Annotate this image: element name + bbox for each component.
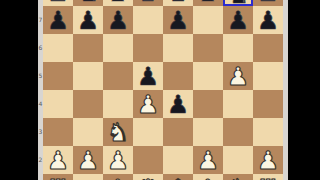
square-d3[interactable]: [133, 118, 163, 146]
square-c6[interactable]: [103, 34, 133, 62]
black-pawn-h7[interactable]: ♟: [253, 6, 283, 34]
black-pawn-d5[interactable]: ♟: [133, 62, 163, 90]
black-pawn-e4[interactable]: ♟: [163, 90, 193, 118]
white-bishop-c1[interactable]: ♝: [103, 174, 133, 180]
square-f4[interactable]: [193, 90, 223, 118]
white-pawn-b2[interactable]: ♟: [73, 146, 103, 174]
chess-board: ♜♞♝♛♚♝♞♜♟♟♟♟♟♟♟♟♟♟♞♟♟♟♟♟♜♝♛♚♝♞♜: [43, 0, 283, 180]
square-g7[interactable]: ♟: [223, 6, 253, 34]
square-f7[interactable]: [193, 6, 223, 34]
square-f5[interactable]: [193, 62, 223, 90]
square-h1[interactable]: ♜: [253, 174, 283, 180]
square-b4[interactable]: [73, 90, 103, 118]
square-d4[interactable]: ♟: [133, 90, 163, 118]
white-pawn-c2[interactable]: ♟: [103, 146, 133, 174]
square-a5[interactable]: [43, 62, 73, 90]
white-rook-h1[interactable]: ♜: [253, 174, 283, 180]
square-a4[interactable]: [43, 90, 73, 118]
square-c7[interactable]: ♟: [103, 6, 133, 34]
square-h2[interactable]: ♟: [253, 146, 283, 174]
square-a3[interactable]: [43, 118, 73, 146]
square-g1[interactable]: ♞: [223, 174, 253, 180]
square-e3[interactable]: [163, 118, 193, 146]
square-f6[interactable]: [193, 34, 223, 62]
white-knight-c3[interactable]: ♞: [103, 118, 133, 146]
square-e1[interactable]: ♚: [163, 174, 193, 180]
square-g2[interactable]: [223, 146, 253, 174]
black-pawn-e7[interactable]: ♟: [163, 6, 193, 34]
video-frame: 765432 ♜♞♝♛♚♝♞♜♟♟♟♟♟♟♟♟♟♟♞♟♟♟♟♟♜♝♛♚♝♞♜: [0, 0, 320, 180]
square-c5[interactable]: [103, 62, 133, 90]
square-c4[interactable]: [103, 90, 133, 118]
letterbox-right: [288, 0, 320, 180]
square-h5[interactable]: [253, 62, 283, 90]
square-a7[interactable]: ♟: [43, 6, 73, 34]
square-b6[interactable]: [73, 34, 103, 62]
square-c2[interactable]: ♟: [103, 146, 133, 174]
square-f2[interactable]: ♟: [193, 146, 223, 174]
square-h3[interactable]: [253, 118, 283, 146]
square-b1[interactable]: [73, 174, 103, 180]
square-d6[interactable]: [133, 34, 163, 62]
black-pawn-c7[interactable]: ♟: [103, 6, 133, 34]
white-king-e1[interactable]: ♚: [163, 174, 193, 180]
white-pawn-h2[interactable]: ♟: [253, 146, 283, 174]
square-a2[interactable]: ♟: [43, 146, 73, 174]
square-e2[interactable]: [163, 146, 193, 174]
square-a6[interactable]: [43, 34, 73, 62]
black-pawn-b7[interactable]: ♟: [73, 6, 103, 34]
square-d2[interactable]: [133, 146, 163, 174]
white-rook-a1[interactable]: ♜: [43, 174, 73, 180]
square-d1[interactable]: ♛: [133, 174, 163, 180]
square-e5[interactable]: [163, 62, 193, 90]
black-pawn-a7[interactable]: ♟: [43, 6, 73, 34]
square-b5[interactable]: [73, 62, 103, 90]
square-g3[interactable]: [223, 118, 253, 146]
white-bishop-f1[interactable]: ♝: [193, 174, 223, 180]
square-g5[interactable]: ♟: [223, 62, 253, 90]
square-b2[interactable]: ♟: [73, 146, 103, 174]
square-e4[interactable]: ♟: [163, 90, 193, 118]
square-b7[interactable]: ♟: [73, 6, 103, 34]
square-h7[interactable]: ♟: [253, 6, 283, 34]
white-pawn-d4[interactable]: ♟: [133, 90, 163, 118]
square-e7[interactable]: ♟: [163, 6, 193, 34]
white-queen-d1[interactable]: ♛: [133, 174, 163, 180]
square-h6[interactable]: [253, 34, 283, 62]
white-knight-g1[interactable]: ♞: [223, 174, 253, 180]
black-pawn-g7[interactable]: ♟: [223, 6, 253, 34]
square-g4[interactable]: [223, 90, 253, 118]
square-g6[interactable]: [223, 34, 253, 62]
square-a1[interactable]: ♜: [43, 174, 73, 180]
square-c3[interactable]: ♞: [103, 118, 133, 146]
black-knight-g8[interactable]: ♞: [225, 0, 251, 4]
square-f3[interactable]: [193, 118, 223, 146]
letterbox-left: [0, 0, 38, 180]
white-pawn-f2[interactable]: ♟: [193, 146, 223, 174]
square-f1[interactable]: ♝: [193, 174, 223, 180]
square-e6[interactable]: [163, 34, 193, 62]
square-b3[interactable]: [73, 118, 103, 146]
white-pawn-a2[interactable]: ♟: [43, 146, 73, 174]
square-d5[interactable]: ♟: [133, 62, 163, 90]
square-d7[interactable]: [133, 6, 163, 34]
white-pawn-g5[interactable]: ♟: [223, 62, 253, 90]
square-c1[interactable]: ♝: [103, 174, 133, 180]
square-h4[interactable]: [253, 90, 283, 118]
